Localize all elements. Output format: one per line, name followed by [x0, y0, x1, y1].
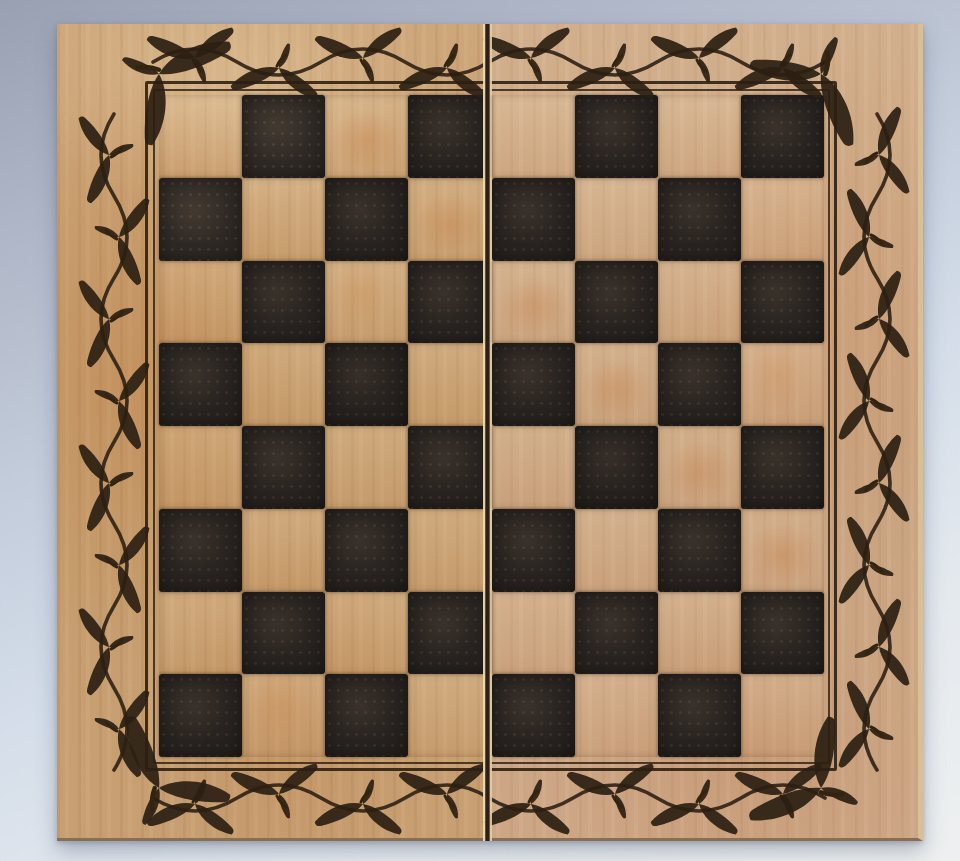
square-d3[interactable]: [408, 509, 491, 592]
square-c4[interactable]: [325, 426, 408, 509]
square-e8[interactable]: [492, 95, 575, 178]
square-f3[interactable]: [575, 509, 658, 592]
square-a1[interactable]: [159, 674, 242, 757]
square-e5[interactable]: [492, 343, 575, 426]
square-c1[interactable]: [325, 674, 408, 757]
square-b2[interactable]: [242, 592, 325, 675]
square-f7[interactable]: [575, 178, 658, 261]
square-d2[interactable]: [408, 592, 491, 675]
square-d8[interactable]: [408, 95, 491, 178]
square-a3[interactable]: [159, 509, 242, 592]
square-d6[interactable]: [408, 261, 491, 344]
square-e6[interactable]: [492, 261, 575, 344]
square-h3[interactable]: [741, 509, 824, 592]
board-hinge-seam: [483, 24, 492, 841]
square-h2[interactable]: [741, 592, 824, 675]
square-b6[interactable]: [242, 261, 325, 344]
square-b5[interactable]: [242, 343, 325, 426]
square-g8[interactable]: [658, 95, 741, 178]
square-c3[interactable]: [325, 509, 408, 592]
square-g1[interactable]: [658, 674, 741, 757]
square-b1[interactable]: [242, 674, 325, 757]
square-a7[interactable]: [159, 178, 242, 261]
square-h7[interactable]: [741, 178, 824, 261]
square-f8[interactable]: [575, 95, 658, 178]
square-e3[interactable]: [492, 509, 575, 592]
square-d1[interactable]: [408, 674, 491, 757]
square-c8[interactable]: [325, 95, 408, 178]
square-h1[interactable]: [741, 674, 824, 757]
square-b7[interactable]: [242, 178, 325, 261]
square-e4[interactable]: [492, 426, 575, 509]
square-d4[interactable]: [408, 426, 491, 509]
square-b3[interactable]: [242, 509, 325, 592]
square-h6[interactable]: [741, 261, 824, 344]
square-c5[interactable]: [325, 343, 408, 426]
square-f2[interactable]: [575, 592, 658, 675]
square-c6[interactable]: [325, 261, 408, 344]
square-f4[interactable]: [575, 426, 658, 509]
square-g6[interactable]: [658, 261, 741, 344]
game-board: [57, 24, 923, 841]
square-b8[interactable]: [242, 95, 325, 178]
square-e2[interactable]: [492, 592, 575, 675]
square-d7[interactable]: [408, 178, 491, 261]
square-a5[interactable]: [159, 343, 242, 426]
square-f6[interactable]: [575, 261, 658, 344]
square-d5[interactable]: [408, 343, 491, 426]
square-c7[interactable]: [325, 178, 408, 261]
square-a2[interactable]: [159, 592, 242, 675]
square-a4[interactable]: [159, 426, 242, 509]
square-b4[interactable]: [242, 426, 325, 509]
square-h5[interactable]: [741, 343, 824, 426]
square-g4[interactable]: [658, 426, 741, 509]
square-h4[interactable]: [741, 426, 824, 509]
square-g2[interactable]: [658, 592, 741, 675]
square-c2[interactable]: [325, 592, 408, 675]
square-e7[interactable]: [492, 178, 575, 261]
square-g7[interactable]: [658, 178, 741, 261]
photo-background: [0, 0, 960, 861]
square-f1[interactable]: [575, 674, 658, 757]
square-a6[interactable]: [159, 261, 242, 344]
square-f5[interactable]: [575, 343, 658, 426]
square-h8[interactable]: [741, 95, 824, 178]
square-g5[interactable]: [658, 343, 741, 426]
square-e1[interactable]: [492, 674, 575, 757]
square-g3[interactable]: [658, 509, 741, 592]
square-a8[interactable]: [159, 95, 242, 178]
